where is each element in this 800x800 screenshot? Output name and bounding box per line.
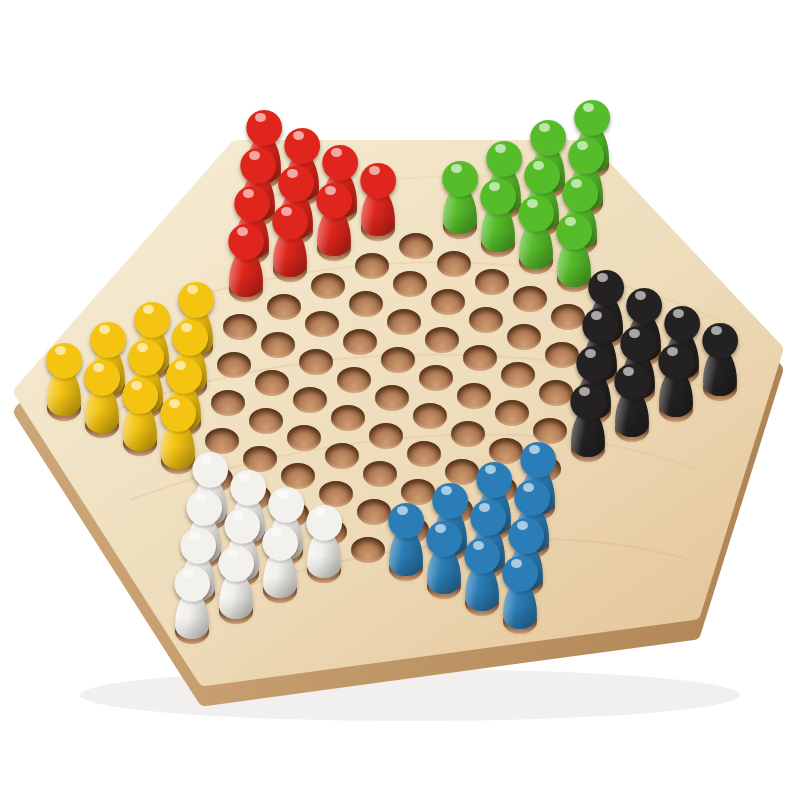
peg-head: ● — [215, 539, 256, 581]
hole-c4-4[interactable] — [223, 314, 257, 340]
peg-highlight — [249, 151, 260, 160]
peg-highlight — [441, 486, 452, 495]
hole-c4-6[interactable] — [211, 390, 245, 416]
hole-c7-3[interactable] — [343, 329, 377, 355]
peg-head: ● — [499, 549, 540, 591]
peg-head: ● — [515, 189, 556, 231]
peg-head: ● — [567, 377, 608, 419]
hole-c7-2[interactable] — [349, 291, 383, 317]
hole-c11-4[interactable] — [507, 324, 541, 350]
peg-head: ● — [461, 531, 502, 573]
peg-black[interactable]: ● — [568, 379, 608, 457]
hole-c9-1[interactable] — [437, 251, 471, 277]
peg-highlight — [239, 473, 250, 482]
peg-head: ● — [43, 336, 84, 378]
hole-c6-2[interactable] — [311, 273, 345, 299]
peg-highlight — [495, 144, 506, 153]
hole-c7-1[interactable] — [355, 253, 389, 279]
peg-highlight — [591, 311, 602, 320]
peg-highlight — [397, 506, 408, 515]
hole-c5-3[interactable] — [267, 294, 301, 320]
hole-c5-6[interactable] — [249, 408, 283, 434]
peg-highlight — [243, 189, 254, 198]
peg-highlight — [169, 399, 180, 408]
peg-green[interactable]: ● — [440, 156, 480, 234]
peg-green[interactable]: ● — [478, 174, 518, 252]
peg-red[interactable]: ● — [314, 178, 354, 256]
hole-c11-5[interactable] — [501, 362, 535, 388]
peg-highlight — [635, 291, 646, 300]
peg-highlight — [187, 285, 198, 294]
peg-highlight — [293, 131, 304, 140]
hole-c5-4[interactable] — [261, 332, 295, 358]
peg-highlight — [585, 349, 596, 358]
hole-c7-5[interactable] — [331, 405, 365, 431]
peg-red[interactable]: ● — [358, 158, 398, 236]
peg-white[interactable]: ● — [172, 561, 212, 639]
peg-highlight — [183, 569, 194, 578]
peg-red[interactable]: ● — [270, 199, 310, 277]
peg-head: ● — [259, 518, 300, 560]
peg-red[interactable]: ● — [226, 219, 266, 297]
peg-head: ● — [385, 496, 426, 538]
hole-c10-3[interactable] — [469, 307, 503, 333]
chinese-checkers-scene: ●●●●●●●●●●●●●●●●●●●●●●●●●●●●●●●●●●●●●●●●… — [0, 0, 800, 800]
peg-highlight — [55, 346, 66, 355]
peg-highlight — [195, 493, 206, 502]
peg-head: ● — [477, 172, 518, 214]
peg-highlight — [255, 113, 266, 122]
hole-c8-5[interactable] — [369, 423, 403, 449]
peg-head: ● — [699, 316, 740, 358]
hole-c11-6[interactable] — [495, 400, 529, 426]
peg-highlight — [189, 531, 200, 540]
hole-c5-5[interactable] — [255, 370, 289, 396]
peg-head: ● — [423, 514, 464, 556]
hole-c11-3[interactable] — [513, 286, 547, 312]
peg-head: ● — [553, 207, 594, 249]
peg-highlight — [281, 207, 292, 216]
peg-black[interactable]: ● — [700, 318, 740, 396]
hole-c6-3[interactable] — [305, 311, 339, 337]
peg-head: ● — [655, 337, 696, 379]
hole-c9-4[interactable] — [419, 365, 453, 391]
peg-head: ● — [171, 559, 212, 601]
hole-c6-5[interactable] — [293, 387, 327, 413]
peg-highlight — [489, 182, 500, 191]
peg-white[interactable]: ● — [216, 541, 256, 619]
peg-blue[interactable]: ● — [462, 533, 502, 611]
peg-yellow[interactable]: ● — [82, 355, 122, 433]
peg-yellow[interactable]: ● — [44, 338, 84, 416]
hole-c8-1[interactable] — [393, 271, 427, 297]
peg-highlight — [181, 323, 192, 332]
peg-blue[interactable]: ● — [386, 498, 426, 576]
peg-white[interactable]: ● — [260, 520, 300, 598]
peg-highlight — [201, 455, 212, 464]
hole-c8-6[interactable] — [363, 461, 397, 487]
hole-c6-4[interactable] — [299, 349, 333, 375]
hole-c10-6[interactable] — [451, 421, 485, 447]
hole-c8-0[interactable] — [399, 233, 433, 259]
peg-yellow[interactable]: ● — [120, 373, 160, 451]
hole-c8-2[interactable] — [387, 309, 421, 335]
peg-highlight — [233, 511, 244, 520]
peg-head: ● — [119, 371, 160, 413]
peg-highlight — [623, 367, 634, 376]
hole-c10-4[interactable] — [463, 345, 497, 371]
peg-blue[interactable]: ● — [500, 551, 540, 629]
peg-black[interactable]: ● — [656, 339, 696, 417]
peg-highlight — [451, 164, 462, 173]
peg-head: ● — [303, 498, 344, 540]
hole-c9-6[interactable] — [407, 441, 441, 467]
peg-blue[interactable]: ● — [424, 516, 464, 594]
peg-head: ● — [439, 154, 480, 196]
peg-highlight — [237, 227, 248, 236]
hole-c8-3[interactable] — [381, 347, 415, 373]
hole-c7-6[interactable] — [325, 443, 359, 469]
peg-head: ● — [313, 176, 354, 218]
hole-c4-5[interactable] — [217, 352, 251, 378]
hole-c9-3[interactable] — [425, 327, 459, 353]
peg-green[interactable]: ● — [516, 191, 556, 269]
hole-c9-2[interactable] — [431, 289, 465, 315]
peg-head: ● — [225, 217, 266, 259]
hole-c8-8[interactable] — [351, 537, 385, 563]
peg-head: ● — [81, 353, 122, 395]
peg-highlight — [667, 347, 678, 356]
peg-head: ● — [357, 156, 398, 198]
peg-head: ● — [269, 197, 310, 239]
peg-highlight — [629, 329, 640, 338]
hole-c6-6[interactable] — [287, 425, 321, 451]
peg-white[interactable]: ● — [304, 500, 344, 578]
peg-highlight — [175, 361, 186, 370]
hole-c9-5[interactable] — [413, 403, 447, 429]
peg-highlight — [579, 387, 590, 396]
hole-c7-4[interactable] — [337, 367, 371, 393]
board-cells: ●●●●●●●●●●●●●●●●●●●●●●●●●●●●●●●●●●●●●●●●… — [0, 0, 800, 800]
peg-highlight — [435, 524, 446, 533]
peg-black[interactable]: ● — [612, 359, 652, 437]
peg-highlight — [673, 309, 684, 318]
peg-highlight — [227, 549, 238, 558]
peg-highlight — [597, 273, 608, 282]
hole-c8-4[interactable] — [375, 385, 409, 411]
peg-head: ● — [157, 389, 198, 431]
peg-head: ● — [611, 357, 652, 399]
hole-c10-2[interactable] — [475, 269, 509, 295]
hole-c10-5[interactable] — [457, 383, 491, 409]
peg-highlight — [287, 169, 298, 178]
